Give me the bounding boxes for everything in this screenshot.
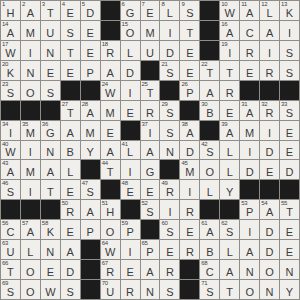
black-cell [180,260,199,279]
cell-r15c9[interactable]: S [160,280,179,299]
letter: W [220,7,239,20]
cell-r1c3[interactable]: 3T [41,1,60,20]
cell-r1c8[interactable]: 7E [141,1,160,20]
cell-r13c15[interactable]: E [280,240,299,259]
cell-r7c9[interactable]: S [160,121,179,140]
cell-r4c13[interactable]: E [240,61,259,80]
cell-r7c10[interactable]: 38A [180,121,199,140]
letter: L [220,246,239,259]
cell-r8c3[interactable]: N [41,141,60,160]
letter: A [260,206,279,219]
letter: S [160,107,179,120]
cell-r3c13[interactable]: R [240,41,259,60]
cell-r6c5[interactable]: 28A [81,101,100,120]
cell-r14c15[interactable]: N [280,260,299,279]
cell-r13c10[interactable]: R [180,240,199,259]
letter: R [121,286,140,299]
cell-r6c4[interactable]: 27T [61,101,80,120]
letter: L [200,186,219,199]
cell-r9c13[interactable]: D [240,160,259,179]
letter: I [121,87,140,100]
cell-r10c3[interactable]: T [41,180,60,199]
cell-r4c3[interactable]: E [41,61,60,80]
cell-r15c15[interactable]: Y [280,280,299,299]
cell-r12c6[interactable]: O [101,220,120,239]
letter: S [1,286,20,299]
cell-r8c13[interactable]: I [240,141,259,160]
letter: A [220,27,239,40]
cell-r1c10[interactable]: 9S [180,1,199,20]
letter: I [160,27,179,40]
cell-r12c2[interactable]: 57A [21,220,40,239]
cell-r7c4[interactable]: A [61,121,80,140]
cell-r4c2[interactable]: N [21,61,40,80]
cell-r15c7[interactable]: R [121,280,140,299]
cell-r10c5[interactable]: 47S [81,180,100,199]
letter: T [101,166,120,179]
cell-r9c14[interactable]: E [260,160,279,179]
letter: R [61,206,80,219]
letter: M [21,27,40,40]
cell-r4c11[interactable]: 22T [200,61,219,80]
letter: U [101,286,120,299]
cell-r13c11[interactable]: B [200,240,219,259]
letter: E [180,67,199,80]
cell-r15c6[interactable]: 70U [101,280,120,299]
cell-r15c2[interactable]: O [21,280,40,299]
black-cell [81,260,100,279]
letter: R [220,87,239,100]
cell-r9c11[interactable]: O [200,160,219,179]
letter: E [160,246,179,259]
letter: I [260,47,279,60]
cell-r3c8[interactable]: U [141,41,160,60]
letter: E [101,127,120,140]
cell-r6c11[interactable]: 30B [200,101,219,120]
black-cell [160,81,179,100]
letter: S [220,226,239,239]
letter: M [101,107,120,120]
letter: N [21,67,40,80]
letter: E [240,67,259,80]
cell-r13c14[interactable]: D [260,240,279,259]
black-cell [160,160,179,179]
cell-r7c8[interactable]: 37I [141,121,160,140]
cell-r3c6[interactable]: 18R [101,41,120,60]
cell-r14c7[interactable]: E [121,260,140,279]
cell-r10c9[interactable]: 49R [160,180,179,199]
letter: E [280,146,299,159]
cell-r2c13[interactable]: C [240,21,259,40]
cell-r3c4[interactable]: T [61,41,80,60]
cell-r1c5[interactable]: 5D [81,1,100,20]
letter: L [61,166,80,179]
cell-r5c12[interactable]: R [220,81,239,100]
letter: D [280,166,299,179]
cell-r11c5[interactable]: A [81,200,100,219]
cell-r9c2[interactable]: M [21,160,40,179]
cell-r2c12[interactable]: 16A [220,21,239,40]
cell-r3c3[interactable]: N [41,41,60,60]
cell-r5c11[interactable]: A [200,81,219,100]
black-cell [1,200,20,219]
cell-r9c1[interactable]: 43A [1,160,20,179]
black-cell [1,101,20,120]
cell-r12c5[interactable]: P [81,220,100,239]
letter: A [21,226,40,239]
cell-r6c12[interactable]: E [220,101,239,120]
cell-r7c6[interactable]: E [101,121,120,140]
black-cell [240,81,259,100]
cell-r9c12[interactable]: L [220,160,239,179]
cell-r13c1[interactable]: 63U [1,240,20,259]
cell-r10c10[interactable]: I [180,180,199,199]
cell-r5c7[interactable]: I [121,81,140,100]
cell-r15c4[interactable]: S [61,280,80,299]
cell-r2c3[interactable]: U [41,21,60,40]
cell-r2c8[interactable]: M [141,21,160,40]
cell-r15c3[interactable]: W [41,280,60,299]
letter: N [41,146,60,159]
letter: A [260,27,279,40]
cell-r12c3[interactable]: 58K [41,220,60,239]
letter: I [1,127,20,140]
letter: E [81,47,100,60]
cell-r2c7[interactable]: 15O [121,21,140,40]
cell-r9c8[interactable]: G [141,160,160,179]
letter: N [41,47,60,60]
letter: T [141,87,160,100]
letter: S [200,146,219,159]
cell-r14c6[interactable]: 67R [101,260,120,279]
cell-r1c9[interactable]: 8L [160,1,179,20]
cell-r9c7[interactable]: I [121,160,140,179]
cell-r13c2[interactable]: L [21,240,40,259]
letter: M [21,166,40,179]
letter: I [220,47,239,60]
letter: I [121,246,140,259]
cell-r7c5[interactable]: M [81,121,100,140]
cell-r8c11[interactable]: 42S [200,141,219,160]
letter: M [141,27,160,40]
cell-r8c1[interactable]: 40W [1,141,20,160]
cell-r13c3[interactable]: N [41,240,60,259]
cell-r12c9[interactable]: 60S [160,220,179,239]
cell-r11c4[interactable]: 50R [61,200,80,219]
cell-r14c14[interactable]: O [260,260,279,279]
cell-r5c2[interactable]: O [21,81,40,100]
letter: G [41,127,60,140]
black-cell [260,81,279,100]
cell-r12c12[interactable]: 62S [220,220,239,239]
cell-r15c12[interactable]: T [220,280,239,299]
cell-r1c14[interactable]: 12L [260,1,279,20]
black-cell [200,200,219,219]
letter: R [260,107,279,120]
cell-r1c13[interactable]: 11A [240,1,259,20]
cell-r9c6[interactable]: 44T [101,160,120,179]
cell-r4c6[interactable]: A [101,61,120,80]
cell-r13c4[interactable]: A [61,240,80,259]
letter: D [260,226,279,239]
cell-r8c7[interactable]: 41L [121,141,140,160]
cell-r6c7[interactable]: E [121,101,140,120]
letter: W [101,246,120,259]
cell-r9c15[interactable]: D [280,160,299,179]
cell-r6c13[interactable]: 31A [240,101,259,120]
letter: D [260,146,279,159]
letter: P [81,67,100,80]
cell-r8c4[interactable]: B [61,141,80,160]
cell-r1c2[interactable]: 2A [21,1,40,20]
cell-r1c1[interactable]: 1H [1,1,20,20]
cell-r6c8[interactable]: R [141,101,160,120]
black-cell [101,1,120,20]
black-cell [200,1,219,20]
letter: D [61,266,80,279]
cell-r12c14[interactable]: D [260,220,279,239]
letter: B [200,107,219,120]
cell-r2c10[interactable]: T [180,21,199,40]
cell-r4c14[interactable]: R [260,61,279,80]
cell-r2c14[interactable]: A [260,21,279,40]
letter: R [141,107,160,120]
letter: E [41,266,60,279]
letter: A [240,246,259,259]
letter: D [180,146,199,159]
letter: L [260,7,279,20]
cell-r3c1[interactable]: 17W [1,41,20,60]
cell-r3c14[interactable]: I [260,41,279,60]
cell-r5c1[interactable]: 23S [1,81,20,100]
letter: S [160,67,179,80]
cell-r3c2[interactable]: I [21,41,40,60]
cell-r10c8[interactable]: E [141,180,160,199]
cell-r14c13[interactable]: N [240,260,259,279]
cell-r1c12[interactable]: 10W [220,1,239,20]
cell-r8c15[interactable]: E [280,141,299,160]
cell-r4c15[interactable]: S [280,61,299,80]
cell-r12c7[interactable]: 59P [121,220,140,239]
letter: N [260,286,279,299]
letter: R [260,67,279,80]
cell-r4c1[interactable]: 20K [1,61,20,80]
cell-r7c12[interactable]: 39A [220,121,239,140]
letter: E [61,7,80,20]
cell-r13c9[interactable]: E [160,240,179,259]
cell-r13c12[interactable]: L [220,240,239,259]
letter: G [141,166,160,179]
letter: A [200,226,219,239]
cell-r8c10[interactable]: D [180,141,199,160]
cell-r2c9[interactable]: I [160,21,179,40]
cell-r8c12[interactable]: L [220,141,239,160]
cell-r10c12[interactable]: Y [220,180,239,199]
cell-r13c13[interactable]: A [240,240,259,259]
cell-r14c3[interactable]: E [41,260,60,279]
cell-r1c15[interactable]: 13K [280,1,299,20]
letter: E [180,226,199,239]
black-cell [81,81,100,100]
letter: A [21,7,40,20]
cell-r14c12[interactable]: A [220,260,239,279]
cell-r8c9[interactable]: N [160,141,179,160]
letter: A [220,266,239,279]
letter: T [41,186,60,199]
cell-r10c2[interactable]: I [21,180,40,199]
cell-r3c12[interactable]: 19I [220,41,239,60]
cell-r14c11[interactable]: 68C [200,260,219,279]
letter: T [61,107,80,120]
black-cell [180,101,199,120]
cell-r12c13[interactable]: I [240,220,259,239]
cell-r4c5[interactable]: P [81,61,100,80]
cell-r15c14[interactable]: N [260,280,279,299]
cell-r15c13[interactable]: O [240,280,259,299]
cell-r5c6[interactable]: 24W [101,81,120,100]
cell-r13c6[interactable]: 64W [101,240,120,259]
letter: S [41,87,60,100]
letter: E [121,186,140,199]
cell-r11c9[interactable]: I [160,200,179,219]
cell-r8c5[interactable]: Y [81,141,100,160]
cell-r11c8[interactable]: 52S [141,200,160,219]
letter: E [260,166,279,179]
cell-r7c3[interactable]: 36G [41,121,60,140]
black-cell [81,160,100,179]
cell-r6c9[interactable]: 29S [160,101,179,120]
cell-r7c13[interactable]: M [240,121,259,140]
cell-r6c15[interactable]: 33S [280,101,299,120]
cell-r10c1[interactable]: 46S [1,180,20,199]
cell-r9c4[interactable]: L [61,160,80,179]
letter: A [240,7,259,20]
cell-r14c9[interactable]: R [160,260,179,279]
letter: R [160,266,179,279]
cell-r10c4[interactable]: E [61,180,80,199]
cell-r9c3[interactable]: A [41,160,60,179]
cell-r12c4[interactable]: E [61,220,80,239]
cell-r7c15[interactable]: E [280,121,299,140]
cell-r7c2[interactable]: 35M [21,121,40,140]
letter: T [41,7,60,20]
cell-r15c1[interactable]: 69S [1,280,20,299]
letter: A [220,127,239,140]
cell-r5c3[interactable]: S [41,81,60,100]
cell-r11c10[interactable]: R [180,200,199,219]
letter: E [121,266,140,279]
black-cell [41,200,60,219]
cell-r14c1[interactable]: 66T [1,260,20,279]
cell-r7c1[interactable]: 34I [1,121,20,140]
cell-r8c2[interactable]: I [21,141,40,160]
letter: O [200,166,219,179]
cell-r11c13[interactable]: 53P [240,200,259,219]
cell-r12c10[interactable]: E [180,220,199,239]
letter: S [1,87,20,100]
cell-r1c4[interactable]: 4E [61,1,80,20]
cell-r1c7[interactable]: 6G [121,1,140,20]
cell-r5c10[interactable]: 26P [180,81,199,100]
cell-r4c12[interactable]: T [220,61,239,80]
cell-r3c15[interactable]: S [280,41,299,60]
letter: I [180,186,199,199]
cell-r3c10[interactable]: E [180,41,199,60]
cell-r8c6[interactable]: A [101,141,120,160]
cell-r3c5[interactable]: E [81,41,100,60]
letter: N [160,146,179,159]
cell-r12c11[interactable]: 61A [200,220,219,239]
cell-r13c8[interactable]: 65P [141,240,160,259]
black-cell [141,220,160,239]
black-cell [121,121,140,140]
cell-r7c14[interactable]: I [260,121,279,140]
letter: D [81,7,100,20]
cell-r2c1[interactable]: 14A [1,21,20,40]
letter: R [240,47,259,60]
cell-r14c8[interactable]: A [141,260,160,279]
cell-r6c14[interactable]: 32R [260,101,279,120]
cell-r15c11[interactable]: 71S [200,280,219,299]
black-cell [61,81,80,100]
letter: D [260,246,279,259]
letter: I [21,146,40,159]
letter: E [220,107,239,120]
cell-r2c2[interactable]: M [21,21,40,40]
letter: P [81,226,100,239]
letter: E [61,67,80,80]
cell-r11c14[interactable]: 54A [260,200,279,219]
letter: E [280,226,299,239]
cell-r14c4[interactable]: D [61,260,80,279]
cell-r15c8[interactable]: N [141,280,160,299]
letter: U [1,246,20,259]
cell-r2c4[interactable]: S [61,21,80,40]
cell-r4c7[interactable]: D [121,61,140,80]
cell-r8c14[interactable]: D [260,141,279,160]
cell-r11c6[interactable]: 51H [101,200,120,219]
cell-r4c4[interactable]: E [61,61,80,80]
cell-r2c5[interactable]: E [81,21,100,40]
cell-r12c1[interactable]: 56C [1,220,20,239]
letter: K [280,7,299,20]
cell-r5c8[interactable]: 25T [141,81,160,100]
cell-r12c15[interactable]: E [280,220,299,239]
letter: S [280,47,299,60]
letter: S [160,286,179,299]
cell-r4c9[interactable]: 21S [160,61,179,80]
cell-r11c15[interactable]: 55T [280,200,299,219]
letter: E [81,27,100,40]
cell-r3c9[interactable]: D [160,41,179,60]
cell-r10c11[interactable]: L [200,180,219,199]
letter: N [41,246,60,259]
cell-r8c8[interactable]: A [141,141,160,160]
letter: Y [280,286,299,299]
letter: M [240,127,259,140]
cell-r10c7[interactable]: 48E [121,180,140,199]
cell-r9c10[interactable]: 45M [180,160,199,179]
letter: A [101,146,120,159]
cell-r13c7[interactable]: I [121,240,140,259]
cell-r6c6[interactable]: M [101,101,120,120]
cell-r2c15[interactable]: I [280,21,299,40]
cell-r14c2[interactable]: O [21,260,40,279]
letter: B [200,246,219,259]
cell-r4c10[interactable]: E [180,61,199,80]
letter: E [280,246,299,259]
cell-r3c7[interactable]: L [121,41,140,60]
